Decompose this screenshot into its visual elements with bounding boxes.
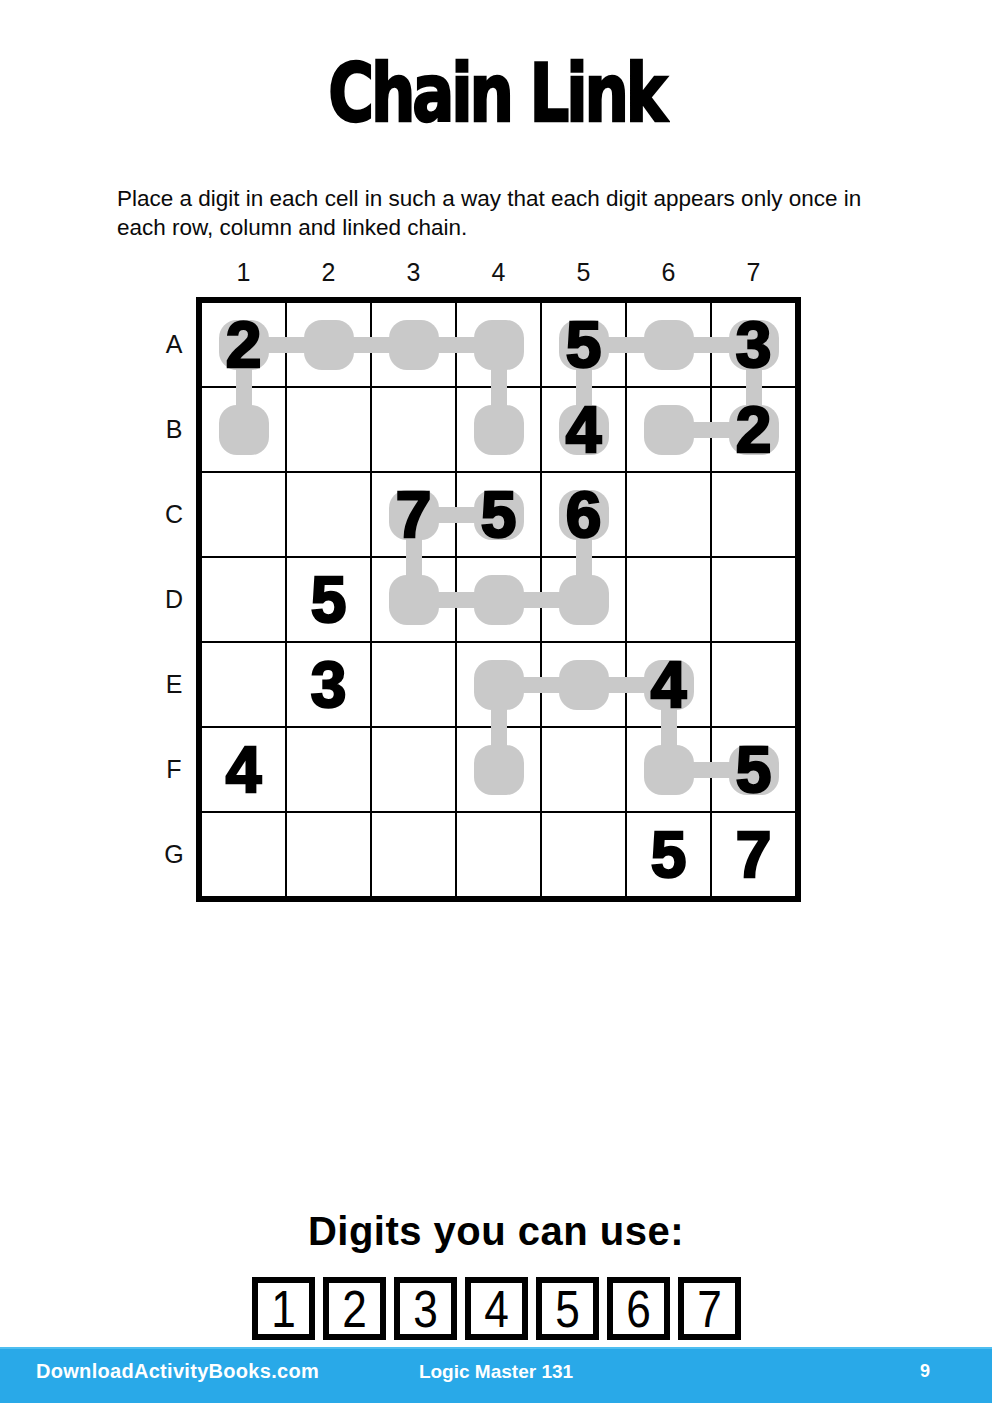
cell-C3[interactable] — [372, 473, 455, 556]
cell-C6[interactable] — [627, 473, 710, 556]
cell-F5[interactable] — [542, 728, 625, 811]
col-label-1: 1 — [202, 258, 285, 287]
cell-E7[interactable] — [712, 643, 795, 726]
cell-F4[interactable] — [457, 728, 540, 811]
row-label-G: G — [155, 813, 193, 896]
usable-digit-1: 1 — [271, 1283, 296, 1335]
usable-digit-4: 4 — [484, 1283, 509, 1335]
row-label-C: C — [155, 473, 193, 556]
cell-G6[interactable] — [627, 813, 710, 896]
cell-E4[interactable] — [457, 643, 540, 726]
puzzle-board: 253427565344557 — [196, 297, 801, 902]
cell-grid — [202, 303, 795, 896]
row-label-D: D — [155, 558, 193, 641]
cell-C2[interactable] — [287, 473, 370, 556]
col-label-6: 6 — [627, 258, 710, 287]
usable-digits-row: 1234567 — [0, 1277, 992, 1340]
cell-G5[interactable] — [542, 813, 625, 896]
row-label-F: F — [155, 728, 193, 811]
cell-G2[interactable] — [287, 813, 370, 896]
cell-E6[interactable] — [627, 643, 710, 726]
footer-book-title: Logic Master 131 — [0, 1361, 992, 1383]
cell-C7[interactable] — [712, 473, 795, 556]
col-label-2: 2 — [287, 258, 370, 287]
usable-digit-box-4: 4 — [465, 1277, 528, 1340]
cell-G1[interactable] — [202, 813, 285, 896]
cell-G3[interactable] — [372, 813, 455, 896]
cell-A6[interactable] — [627, 303, 710, 386]
row-labels: ABCDEFG — [155, 303, 193, 896]
footer-bar: DownloadActivityBooks.com Logic Master 1… — [0, 1347, 992, 1403]
cell-A2[interactable] — [287, 303, 370, 386]
page-title: Chain Link — [0, 54, 992, 134]
cell-A7[interactable] — [712, 303, 795, 386]
cell-E1[interactable] — [202, 643, 285, 726]
cell-A5[interactable] — [542, 303, 625, 386]
cell-B2[interactable] — [287, 388, 370, 471]
col-label-5: 5 — [542, 258, 625, 287]
usable-digit-5: 5 — [555, 1283, 580, 1335]
cell-F7[interactable] — [712, 728, 795, 811]
row-label-E: E — [155, 643, 193, 726]
cell-F1[interactable] — [202, 728, 285, 811]
usable-digit-box-3: 3 — [394, 1277, 457, 1340]
usable-digit-box-5: 5 — [536, 1277, 599, 1340]
usable-digit-7: 7 — [697, 1283, 722, 1335]
cell-D2[interactable] — [287, 558, 370, 641]
instructions: Place a digit in each cell in such a way… — [117, 184, 907, 242]
cell-D5[interactable] — [542, 558, 625, 641]
usable-digit-box-1: 1 — [252, 1277, 315, 1340]
row-label-A: A — [155, 303, 193, 386]
cell-D1[interactable] — [202, 558, 285, 641]
digits-heading: Digits you can use: — [0, 1209, 992, 1254]
cell-A3[interactable] — [372, 303, 455, 386]
usable-digit-box-7: 7 — [678, 1277, 741, 1340]
cell-G4[interactable] — [457, 813, 540, 896]
cell-E3[interactable] — [372, 643, 455, 726]
cell-E5[interactable] — [542, 643, 625, 726]
cell-F6[interactable] — [627, 728, 710, 811]
cell-B5[interactable] — [542, 388, 625, 471]
cell-C1[interactable] — [202, 473, 285, 556]
usable-digit-2: 2 — [342, 1283, 367, 1335]
cell-B1[interactable] — [202, 388, 285, 471]
cell-A1[interactable] — [202, 303, 285, 386]
row-label-B: B — [155, 388, 193, 471]
cell-D6[interactable] — [627, 558, 710, 641]
cell-C5[interactable] — [542, 473, 625, 556]
col-label-3: 3 — [372, 258, 455, 287]
cell-B3[interactable] — [372, 388, 455, 471]
cell-D3[interactable] — [372, 558, 455, 641]
usable-digit-box-6: 6 — [607, 1277, 670, 1340]
cell-B6[interactable] — [627, 388, 710, 471]
page-title-text: Chain Link — [328, 54, 664, 134]
cell-E2[interactable] — [287, 643, 370, 726]
cell-F2[interactable] — [287, 728, 370, 811]
footer-page-number: 9 — [920, 1361, 930, 1382]
usable-digit-3: 3 — [413, 1283, 438, 1335]
cell-B4[interactable] — [457, 388, 540, 471]
col-label-7: 7 — [712, 258, 795, 287]
usable-digit-6: 6 — [626, 1283, 651, 1335]
cell-F3[interactable] — [372, 728, 455, 811]
cell-G7[interactable] — [712, 813, 795, 896]
cell-B7[interactable] — [712, 388, 795, 471]
puzzle-page: Chain Link Place a digit in each cell in… — [0, 0, 992, 1403]
cell-A4[interactable] — [457, 303, 540, 386]
column-labels: 1234567 — [202, 258, 795, 287]
col-label-4: 4 — [457, 258, 540, 287]
usable-digit-box-2: 2 — [323, 1277, 386, 1340]
cell-D4[interactable] — [457, 558, 540, 641]
cell-D7[interactable] — [712, 558, 795, 641]
cell-C4[interactable] — [457, 473, 540, 556]
